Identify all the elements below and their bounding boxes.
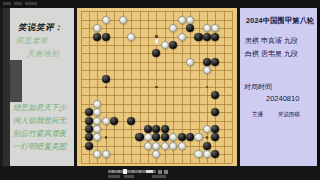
titlebar-mark [25, 2, 37, 5]
white-stone [194, 133, 202, 141]
black-stone [211, 108, 219, 116]
black-stone [85, 108, 93, 116]
white-stone [93, 117, 101, 125]
poem-line-2: 闲人似我世间无 [13, 116, 66, 126]
black-stone [211, 91, 219, 99]
black-stone [203, 33, 211, 41]
black-stone [152, 133, 160, 141]
white-stone [186, 16, 194, 24]
white-stone [203, 24, 211, 32]
white-stone [152, 142, 160, 150]
black-stone [186, 133, 194, 141]
grid-line-h [81, 163, 233, 164]
black-stone [110, 117, 118, 125]
black-stone [186, 24, 194, 32]
white-stone [178, 142, 186, 150]
titlebar-mark [3, 2, 11, 5]
poem-line-3: 别后竹窗风雪夜 [13, 129, 66, 139]
white-stone [178, 16, 186, 24]
slider-highlight [146, 170, 153, 173]
star-point [105, 86, 107, 88]
white-stone [178, 33, 186, 41]
black-stone [203, 142, 211, 150]
game-time-label: 对局时间 [244, 82, 272, 92]
black-stone [93, 33, 101, 41]
black-stone [85, 133, 93, 141]
black-stone [211, 33, 219, 41]
white-stone [93, 24, 101, 32]
white-stone [152, 150, 160, 158]
white-stone [161, 142, 169, 150]
black-stone [144, 125, 152, 133]
commentary-line-1: 同是老将 [16, 36, 48, 46]
host-name: 笑说围棋 [278, 111, 300, 118]
white-stone [203, 150, 211, 158]
white-stone [186, 58, 194, 66]
white-stone [144, 142, 152, 150]
star-point [155, 86, 157, 88]
white-stone [93, 125, 101, 133]
white-stone [161, 41, 169, 49]
black-stone [211, 150, 219, 158]
white-stone [119, 16, 127, 24]
white-stone [102, 117, 110, 125]
black-stone [211, 58, 219, 66]
toolbar-button[interactable] [124, 175, 134, 178]
white-stone [169, 24, 177, 32]
go-board[interactable] [77, 8, 237, 166]
star-point [105, 136, 107, 138]
white-stone [169, 133, 177, 141]
white-stone [211, 24, 219, 32]
white-stone [194, 150, 202, 158]
toolbar-button[interactable] [152, 175, 166, 178]
white-player-line: 白棋 唐韦星 九段 [245, 49, 298, 59]
black-stone [85, 125, 93, 133]
black-stone [161, 125, 169, 133]
grid-line-h [81, 104, 233, 105]
move-slider-thumb[interactable] [123, 169, 127, 174]
black-player-line: 黑棋 申真谞 九段 [245, 36, 298, 46]
white-stone [203, 66, 211, 74]
nav-button[interactable] [164, 170, 168, 174]
game-info-panel: 2024中国围甲第八轮 黑棋 申真谞 九段 白棋 唐韦星 九段 对局时间 202… [240, 8, 317, 166]
left-edge-strip [0, 8, 10, 166]
black-stone [211, 125, 219, 133]
app-window: 笑说笑评： 同是老将 天差地别 绝艺如君天下少 闲人似我世间无 别后竹窗风雪夜 … [0, 0, 320, 180]
star-point [206, 86, 208, 88]
game-date: 20240810 [266, 94, 299, 103]
black-stone [178, 133, 186, 141]
black-stone [169, 41, 177, 49]
black-stone [161, 133, 169, 141]
commentary-line-2: 天差地别 [27, 49, 59, 59]
white-stone [169, 142, 177, 150]
left-edge-strip-inner [3, 8, 10, 166]
white-stone [93, 108, 101, 116]
black-stone [211, 133, 219, 141]
slider-tick [132, 170, 134, 173]
toolbar-button[interactable] [108, 175, 120, 178]
slider-tick [112, 170, 114, 173]
star-point [206, 136, 208, 138]
white-stone [93, 100, 101, 108]
titlebar-mark [14, 2, 22, 5]
panel-notch [10, 60, 22, 102]
black-stone [102, 33, 110, 41]
black-stone [85, 142, 93, 150]
grid-line-v [232, 11, 233, 162]
black-stone [203, 58, 211, 66]
nav-button[interactable] [158, 170, 162, 174]
black-stone [194, 33, 202, 41]
bottom-toolbar [0, 166, 320, 180]
black-stone [127, 117, 135, 125]
black-stone [135, 133, 143, 141]
grid-line-h [81, 95, 233, 96]
poem-line-4: 一灯明暗复吴图 [13, 142, 66, 152]
poem-line-1: 绝艺如君天下少 [13, 103, 66, 113]
commentary-title: 笑说笑评： [18, 22, 63, 34]
white-stone [93, 150, 101, 158]
white-stone [203, 125, 211, 133]
black-stone [152, 49, 160, 57]
black-stone [85, 117, 93, 125]
white-stone [127, 33, 135, 41]
white-stone [102, 16, 110, 24]
grid-line-h [81, 112, 233, 113]
star-point [155, 35, 157, 37]
commentary-panel: 笑说笑评： 同是老将 天差地别 绝艺如君天下少 闲人似我世间无 别后竹窗风雪夜 … [10, 8, 74, 166]
black-stone [102, 75, 110, 83]
event-title: 2024中国围甲第八轮 [246, 16, 315, 26]
host-label: 主播 [252, 111, 263, 118]
slider-tick [139, 170, 141, 173]
grid-line-v [224, 11, 225, 162]
white-stone [93, 133, 101, 141]
white-stone [144, 133, 152, 141]
white-stone [102, 150, 110, 158]
black-stone [152, 125, 160, 133]
title-bar [0, 0, 320, 8]
slider-tick [118, 170, 120, 173]
